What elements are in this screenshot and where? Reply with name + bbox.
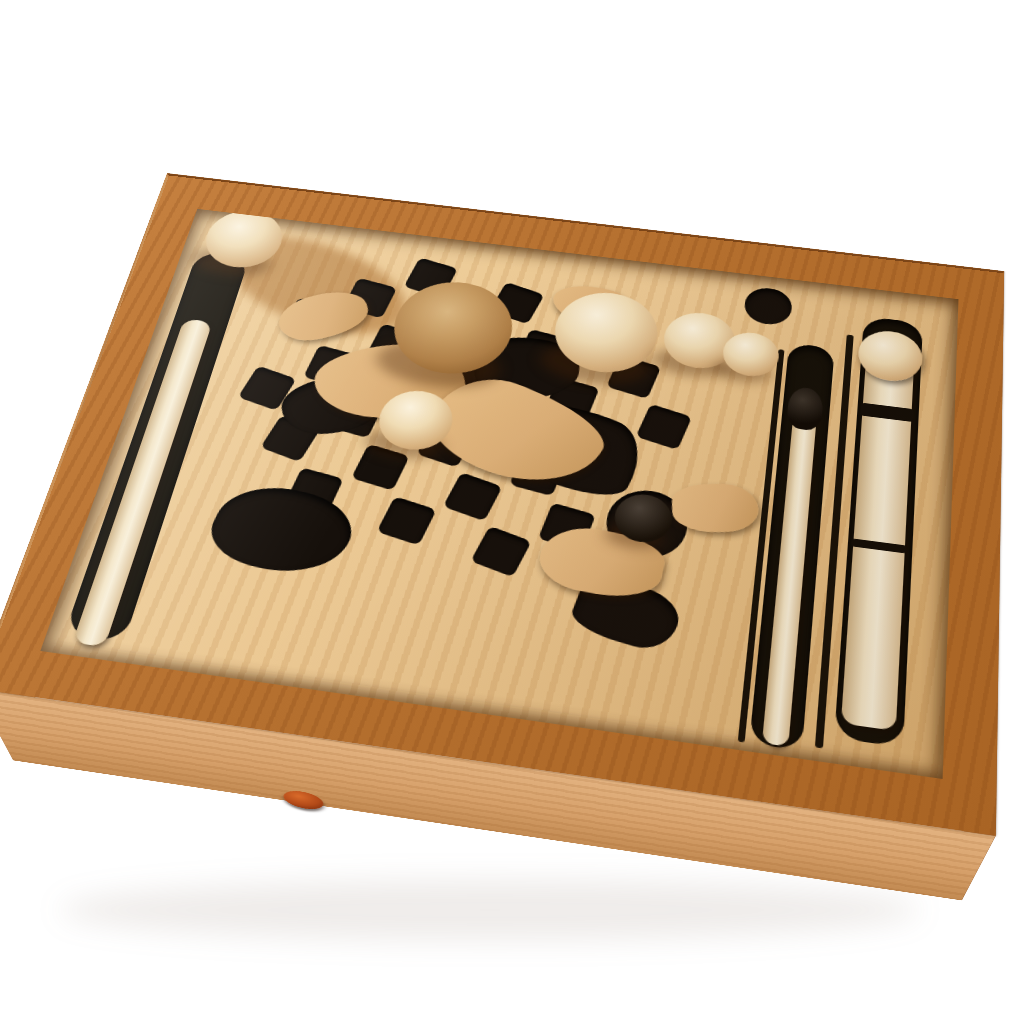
ground-shadow bbox=[60, 880, 920, 940]
game-box bbox=[0, 219, 989, 869]
round-hole-top bbox=[743, 286, 794, 327]
checker-square-cutout bbox=[377, 496, 437, 545]
front-drawer-knob bbox=[281, 789, 325, 812]
overlay-piece-f bbox=[671, 483, 760, 532]
checker-square-cutout bbox=[471, 526, 532, 577]
product-photo-scene bbox=[0, 0, 1024, 1024]
checker-square-cutout bbox=[636, 404, 692, 450]
checker-square-cutout bbox=[443, 472, 502, 521]
board-tray bbox=[40, 209, 958, 779]
